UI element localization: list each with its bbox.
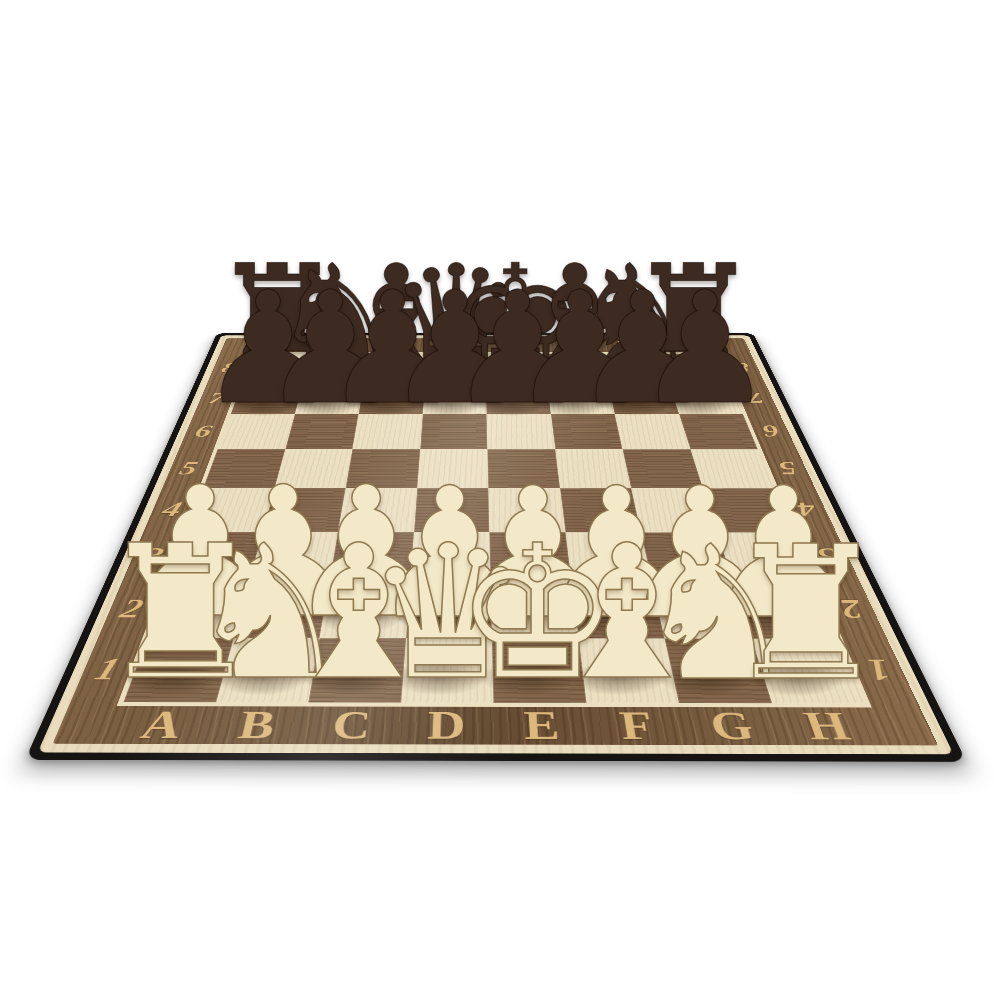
piece-white-rook-h1[interactable]: ♜ — [723, 521, 889, 706]
chess-scene: AABBCCDDEEFFGGHH1122334455667788 ♜♞♝♛♚♝♞… — [0, 0, 1000, 1000]
piece-black-pawn-h7[interactable]: ♟ — [635, 271, 774, 426]
piece-layer: ♜♞♝♛♚♝♞♜♟♟♟♟♟♟♟♟♟♟♟♟♟♟♟♟♜♞♝♛♚♝♞♜ — [0, 0, 1000, 1000]
